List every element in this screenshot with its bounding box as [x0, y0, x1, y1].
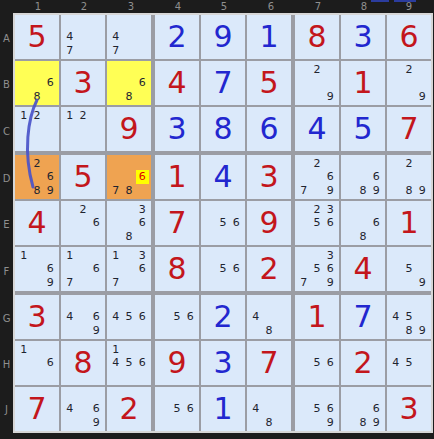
row-label-F: F	[0, 247, 13, 295]
col-label-6: 6	[247, 0, 295, 13]
candidate-6: 6	[136, 262, 149, 275]
candidates: 68	[341, 201, 385, 245]
candidate-8: 8	[262, 324, 275, 337]
candidate-7: 7	[63, 276, 76, 289]
candidate-7: 7	[109, 184, 122, 197]
candidates: 368	[107, 201, 151, 245]
cell-value: 3	[247, 155, 291, 199]
candidate-6: 6	[44, 76, 57, 89]
candidates: 678	[107, 155, 151, 199]
cell-value: 5	[341, 107, 385, 151]
candidates: 56	[201, 201, 245, 245]
cell-B1[interactable]: 68	[15, 61, 61, 107]
candidates: 469	[61, 387, 105, 431]
cell-value: 7	[247, 341, 291, 385]
candidates: 29	[295, 61, 339, 105]
col-label-1: 1	[15, 0, 61, 13]
row-label-G: G	[0, 295, 13, 341]
candidate-8: 8	[356, 230, 369, 243]
candidates: 68	[15, 61, 59, 105]
candidate-3: 3	[136, 249, 149, 262]
candidate-1: 1	[63, 109, 76, 122]
cell-value: 3	[155, 107, 199, 151]
candidates: 29	[387, 61, 431, 105]
candidate-7: 7	[297, 276, 310, 289]
candidate-8: 8	[122, 184, 135, 197]
cell-G2[interactable]: 469	[61, 295, 107, 341]
cell-C4[interactable]: 3	[155, 107, 201, 155]
cell-B2[interactable]: 3	[61, 61, 107, 107]
candidate-3: 3	[324, 203, 337, 216]
candidates: 56	[201, 247, 245, 291]
candidate-6: 6	[136, 170, 149, 183]
candidate-6: 6	[370, 170, 383, 183]
cell-E5[interactable]: 56	[201, 201, 247, 247]
candidate-3: 3	[136, 203, 149, 216]
candidate-2: 2	[310, 203, 323, 216]
cell-value: 2	[107, 387, 151, 431]
cell-D1[interactable]: 2689	[15, 155, 61, 201]
candidate-8: 8	[262, 416, 275, 429]
cell-E2[interactable]: 26	[61, 201, 107, 247]
cell-value: 9	[107, 107, 151, 151]
cell-value: 7	[387, 107, 431, 151]
candidates: 12	[61, 107, 105, 151]
cell-value: 3	[387, 387, 431, 431]
candidate-7: 7	[297, 184, 310, 197]
column-labels: 123456789	[15, 0, 431, 13]
candidates: 569	[295, 387, 339, 431]
cell-A6[interactable]: 1	[247, 15, 295, 61]
cell-C2[interactable]: 12	[61, 107, 107, 155]
candidate-5: 5	[122, 356, 135, 369]
candidate-6: 6	[370, 216, 383, 229]
cell-value: 3	[15, 295, 59, 339]
candidate-8: 8	[356, 416, 369, 429]
cell-B8[interactable]: 1	[341, 61, 387, 107]
candidate-4: 4	[63, 310, 76, 323]
cell-value: 3	[61, 61, 105, 105]
candidates: 56	[155, 295, 199, 339]
candidate-5: 5	[310, 356, 323, 369]
cell-G5[interactable]: 2	[201, 295, 247, 341]
candidates: 56	[155, 387, 199, 431]
candidates: 1456	[107, 341, 151, 385]
cell-E7[interactable]: 2356	[295, 201, 341, 247]
candidate-1: 1	[17, 343, 30, 356]
cell-J3[interactable]: 2	[107, 387, 155, 431]
cell-H8[interactable]: 2	[341, 341, 387, 387]
cell-value: 4	[295, 107, 339, 151]
cell-C9[interactable]: 7	[387, 107, 431, 155]
cell-D5[interactable]: 4	[201, 155, 247, 201]
candidates: 689	[341, 155, 385, 199]
cell-H9[interactable]: 45	[387, 341, 431, 387]
cell-value: 9	[247, 201, 291, 245]
candidate-9: 9	[416, 324, 429, 337]
cell-C1[interactable]: 12	[15, 107, 61, 155]
candidate-6: 6	[136, 216, 149, 229]
col-label-4: 4	[155, 0, 201, 13]
candidate-9: 9	[370, 184, 383, 197]
cell-H6[interactable]: 7	[247, 341, 295, 387]
cell-H4[interactable]: 9	[155, 341, 201, 387]
candidate-5: 5	[402, 262, 415, 275]
cell-B7[interactable]: 29	[295, 61, 341, 107]
candidate-6: 6	[136, 356, 149, 369]
cell-value: 1	[201, 387, 245, 431]
cell-G7[interactable]: 1	[295, 295, 341, 341]
candidates: 48	[247, 295, 291, 339]
cell-J4[interactable]: 56	[155, 387, 201, 431]
cell-value: 4	[341, 247, 385, 291]
cell-F8[interactable]: 4	[341, 247, 387, 295]
candidate-5: 5	[216, 262, 229, 275]
candidate-9: 9	[416, 90, 429, 103]
candidate-6: 6	[136, 310, 149, 323]
candidates: 47	[61, 15, 105, 59]
candidates: 289	[387, 155, 431, 199]
candidate-4: 4	[389, 356, 402, 369]
candidate-4: 4	[109, 310, 122, 323]
cell-J8[interactable]: 689	[341, 387, 387, 431]
candidate-9: 9	[90, 324, 103, 337]
row-label-J: J	[0, 387, 13, 431]
candidate-2: 2	[310, 63, 323, 76]
cell-value: 4	[201, 155, 245, 199]
candidate-1: 1	[63, 249, 76, 262]
candidate-6: 6	[90, 216, 103, 229]
candidate-6: 6	[90, 310, 103, 323]
cell-value: 7	[15, 387, 59, 431]
candidate-8: 8	[356, 184, 369, 197]
candidate-6: 6	[44, 262, 57, 275]
cell-F9[interactable]: 59	[387, 247, 431, 295]
candidate-4: 4	[63, 30, 76, 43]
cell-B3[interactable]: 68	[107, 61, 155, 107]
candidate-4: 4	[109, 30, 122, 43]
candidate-1: 1	[109, 343, 122, 356]
candidate-2: 2	[30, 157, 43, 170]
candidate-4: 4	[109, 356, 122, 369]
candidate-6: 6	[370, 402, 383, 415]
cell-G6[interactable]: 48	[247, 295, 295, 341]
cell-value: 6	[247, 107, 291, 151]
cell-value: 7	[201, 61, 245, 105]
cell-E1[interactable]: 4	[15, 201, 61, 247]
candidate-5: 5	[122, 310, 135, 323]
row-label-B: B	[0, 61, 13, 107]
cell-A4[interactable]: 2	[155, 15, 201, 61]
candidate-6: 6	[230, 262, 243, 275]
cell-A3[interactable]: 47	[107, 15, 155, 61]
cell-value: 5	[247, 61, 291, 105]
row-label-D: D	[0, 155, 13, 201]
candidate-5: 5	[310, 216, 323, 229]
cell-value: 3	[201, 341, 245, 385]
cell-value: 1	[387, 201, 431, 245]
cell-C7[interactable]: 4	[295, 107, 341, 155]
candidate-4: 4	[63, 402, 76, 415]
candidate-5: 5	[310, 402, 323, 415]
cell-value: 8	[155, 247, 199, 291]
candidate-6: 6	[230, 216, 243, 229]
candidates: 16	[15, 341, 59, 385]
cell-value: 7	[155, 201, 199, 245]
candidate-4: 4	[249, 310, 262, 323]
cell-A7[interactable]: 8	[295, 15, 341, 61]
cell-value: 2	[155, 15, 199, 59]
candidate-5: 5	[170, 402, 183, 415]
cell-value: 8	[201, 107, 245, 151]
candidates: 26	[61, 201, 105, 245]
sudoku-app: 123456789 ABCDEFGHJ 54747291836683684752…	[0, 0, 434, 439]
cell-D8[interactable]: 689	[341, 155, 387, 201]
cell-C3[interactable]: 9	[107, 107, 155, 155]
candidate-6: 6	[44, 170, 57, 183]
candidate-8: 8	[122, 90, 135, 103]
cell-A2[interactable]: 47	[61, 15, 107, 61]
candidates: 12	[15, 107, 59, 151]
candidates: 167	[61, 247, 105, 291]
cell-B4[interactable]: 4	[155, 61, 201, 107]
candidate-6: 6	[90, 402, 103, 415]
cell-C5[interactable]: 8	[201, 107, 247, 155]
cell-D6[interactable]: 3	[247, 155, 295, 201]
cell-value: 2	[341, 341, 385, 385]
candidate-6: 6	[324, 402, 337, 415]
candidates: 169	[15, 247, 59, 291]
candidate-9: 9	[324, 276, 337, 289]
cell-G4[interactable]: 56	[155, 295, 201, 341]
cell-J6[interactable]: 48	[247, 387, 295, 431]
candidate-8: 8	[122, 230, 135, 243]
col-label-5: 5	[201, 0, 247, 13]
candidate-5: 5	[310, 262, 323, 275]
candidate-6: 6	[324, 262, 337, 275]
candidate-6: 6	[44, 356, 57, 369]
candidates: 35679	[295, 247, 339, 291]
candidate-9: 9	[44, 276, 57, 289]
cell-E3[interactable]: 368	[107, 201, 155, 247]
cell-H3[interactable]: 1456	[107, 341, 155, 387]
cell-value: 2	[201, 295, 245, 339]
cell-G1[interactable]: 3	[15, 295, 61, 341]
candidate-2: 2	[402, 63, 415, 76]
candidate-6: 6	[324, 216, 337, 229]
sudoku-board: 5474729183668368475291291212938645726895…	[13, 13, 433, 433]
col-label-2: 2	[61, 0, 107, 13]
cell-C6[interactable]: 6	[247, 107, 295, 155]
candidate-2: 2	[402, 157, 415, 170]
cell-J7[interactable]: 569	[295, 387, 341, 431]
candidate-2: 2	[76, 203, 89, 216]
candidate-8: 8	[30, 90, 43, 103]
cell-value: 8	[295, 15, 339, 59]
cell-H2[interactable]: 8	[61, 341, 107, 387]
candidates: 56	[295, 341, 339, 385]
cell-B6[interactable]: 5	[247, 61, 295, 107]
candidate-5: 5	[170, 310, 183, 323]
cell-value: 1	[295, 295, 339, 339]
candidates: 47	[107, 15, 151, 59]
candidate-6: 6	[184, 402, 197, 415]
candidate-4: 4	[389, 310, 402, 323]
cell-J5[interactable]: 1	[201, 387, 247, 431]
candidate-2: 2	[310, 157, 323, 170]
cell-value: 1	[155, 155, 199, 199]
cell-J2[interactable]: 469	[61, 387, 107, 431]
candidate-2: 2	[76, 109, 89, 122]
cell-C8[interactable]: 5	[341, 107, 387, 155]
candidate-6: 6	[90, 262, 103, 275]
cell-value: 8	[61, 341, 105, 385]
row-label-E: E	[0, 201, 13, 247]
cell-D2[interactable]: 5	[61, 155, 107, 201]
cell-value: 1	[341, 61, 385, 105]
candidate-9: 9	[416, 184, 429, 197]
cell-value: 6	[387, 15, 431, 59]
cell-F3[interactable]: 1367	[107, 247, 155, 295]
candidate-9: 9	[324, 416, 337, 429]
cell-A9[interactable]: 6	[387, 15, 431, 61]
candidate-8: 8	[402, 184, 415, 197]
candidates: 2679	[295, 155, 339, 199]
candidate-1: 1	[17, 109, 30, 122]
cell-D4[interactable]: 1	[155, 155, 201, 201]
cell-G3[interactable]: 456	[107, 295, 155, 341]
row-label-H: H	[0, 341, 13, 387]
cell-D3[interactable]: 678	[107, 155, 155, 201]
candidates: 45	[387, 341, 431, 385]
cell-G9[interactable]: 4589	[387, 295, 431, 341]
candidate-5: 5	[402, 310, 415, 323]
toolbar-button-remnant-1[interactable]	[371, 0, 389, 2]
cell-value: 7	[341, 295, 385, 339]
col-label-7: 7	[295, 0, 341, 13]
cell-F4[interactable]: 8	[155, 247, 201, 295]
candidate-5: 5	[216, 216, 229, 229]
cell-value: 4	[15, 201, 59, 245]
cell-H5[interactable]: 3	[201, 341, 247, 387]
candidates: 1367	[107, 247, 151, 291]
toolbar-button-remnant-2[interactable]	[394, 0, 416, 2]
candidate-5: 5	[402, 356, 415, 369]
candidates: 48	[247, 387, 291, 431]
candidate-4: 4	[249, 402, 262, 415]
cell-value: 5	[61, 155, 105, 199]
candidate-9: 9	[324, 90, 337, 103]
cell-D9[interactable]: 289	[387, 155, 431, 201]
cell-value: 9	[201, 15, 245, 59]
candidate-7: 7	[109, 276, 122, 289]
cell-value: 1	[247, 15, 291, 59]
cell-B5[interactable]: 7	[201, 61, 247, 107]
cell-F7[interactable]: 35679	[295, 247, 341, 295]
cell-F1[interactable]: 169	[15, 247, 61, 295]
cell-E6[interactable]: 9	[247, 201, 295, 247]
col-label-3: 3	[107, 0, 155, 13]
candidate-1: 1	[17, 249, 30, 262]
candidates: 456	[107, 295, 151, 339]
cell-H7[interactable]: 56	[295, 341, 341, 387]
row-label-A: A	[0, 15, 13, 61]
candidate-2: 2	[30, 109, 43, 122]
candidates: 4589	[387, 295, 431, 339]
candidates: 59	[387, 247, 431, 291]
candidate-7: 7	[109, 44, 122, 57]
candidate-6: 6	[136, 76, 149, 89]
cell-F5[interactable]: 56	[201, 247, 247, 295]
candidate-7: 7	[63, 44, 76, 57]
candidate-9: 9	[90, 416, 103, 429]
candidates: 2356	[295, 201, 339, 245]
cell-F2[interactable]: 167	[61, 247, 107, 295]
cell-B9[interactable]: 29	[387, 61, 431, 107]
cell-H1[interactable]: 16	[15, 341, 61, 387]
row-label-C: C	[0, 107, 13, 155]
cell-F6[interactable]: 2	[247, 247, 295, 295]
cell-J1[interactable]: 7	[15, 387, 61, 431]
candidates: 68	[107, 61, 151, 105]
candidates: 689	[341, 387, 385, 431]
cell-value: 4	[155, 61, 199, 105]
candidate-6: 6	[324, 170, 337, 183]
cell-E4[interactable]: 7	[155, 201, 201, 247]
cell-J9[interactable]: 3	[387, 387, 431, 431]
cell-A1[interactable]: 5	[15, 15, 61, 61]
candidates: 469	[61, 295, 105, 339]
candidate-9: 9	[44, 184, 57, 197]
candidate-9: 9	[416, 276, 429, 289]
candidate-1: 1	[109, 249, 122, 262]
cell-value: 9	[155, 341, 199, 385]
cell-D7[interactable]: 2679	[295, 155, 341, 201]
cell-value: 5	[15, 15, 59, 59]
cell-value: 2	[247, 247, 291, 291]
candidate-9: 9	[370, 416, 383, 429]
candidate-8: 8	[402, 324, 415, 337]
candidate-6: 6	[184, 310, 197, 323]
cell-value: 3	[341, 15, 385, 59]
candidates: 2689	[15, 155, 59, 199]
cell-E8[interactable]: 68	[341, 201, 387, 247]
cell-A5[interactable]: 9	[201, 15, 247, 61]
row-labels: ABCDEFGHJ	[0, 15, 13, 431]
cell-E9[interactable]: 1	[387, 201, 431, 247]
candidate-3: 3	[324, 249, 337, 262]
cell-A8[interactable]: 3	[341, 15, 387, 61]
candidate-6: 6	[324, 356, 337, 369]
cell-G8[interactable]: 7	[341, 295, 387, 341]
candidate-9: 9	[324, 184, 337, 197]
candidate-8: 8	[30, 184, 43, 197]
